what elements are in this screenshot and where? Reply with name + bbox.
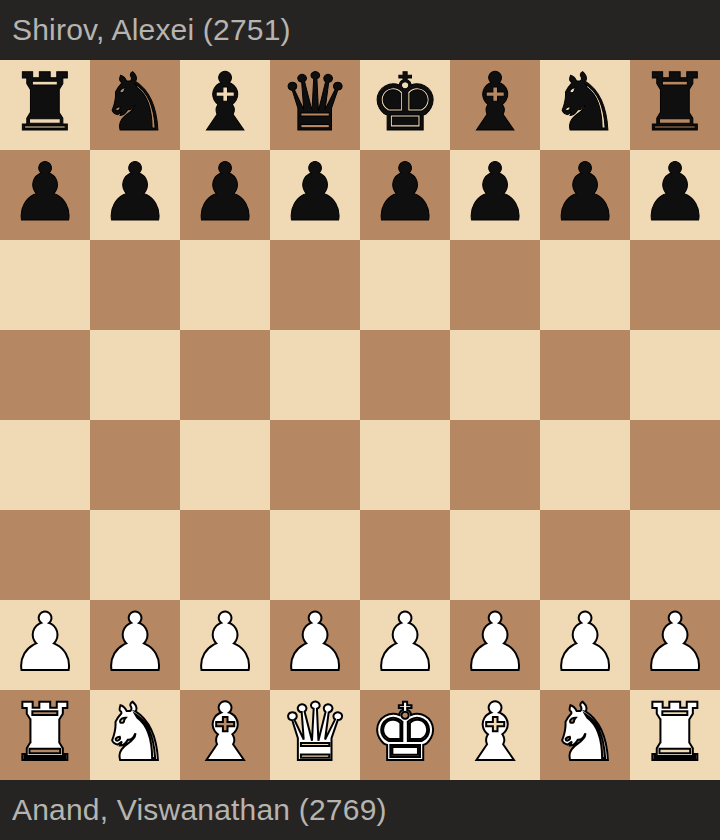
white-pawn[interactable]: ♟	[639, 603, 711, 683]
square-e8[interactable]: ♚	[360, 60, 450, 150]
white-pawn[interactable]: ♟	[369, 603, 441, 683]
square-a1[interactable]: ♜	[0, 690, 90, 780]
square-h7[interactable]: ♟	[630, 150, 720, 240]
black-king[interactable]: ♚	[369, 63, 441, 143]
white-rook[interactable]: ♜	[639, 693, 711, 773]
square-b6[interactable]	[90, 240, 180, 330]
square-d7[interactable]: ♟	[270, 150, 360, 240]
square-h2[interactable]: ♟	[630, 600, 720, 690]
square-h6[interactable]	[630, 240, 720, 330]
square-e1[interactable]: ♚	[360, 690, 450, 780]
white-king[interactable]: ♚	[369, 693, 441, 773]
square-e3[interactable]	[360, 510, 450, 600]
square-d5[interactable]	[270, 330, 360, 420]
square-a2[interactable]: ♟	[0, 600, 90, 690]
white-pawn[interactable]: ♟	[189, 603, 261, 683]
square-h4[interactable]	[630, 420, 720, 510]
black-rook[interactable]: ♜	[639, 63, 711, 143]
square-e6[interactable]	[360, 240, 450, 330]
square-c7[interactable]: ♟	[180, 150, 270, 240]
square-h1[interactable]: ♜	[630, 690, 720, 780]
square-e2[interactable]: ♟	[360, 600, 450, 690]
square-b4[interactable]	[90, 420, 180, 510]
square-g1[interactable]: ♞	[540, 690, 630, 780]
square-d1[interactable]: ♛	[270, 690, 360, 780]
black-queen[interactable]: ♛	[279, 63, 351, 143]
white-knight[interactable]: ♞	[99, 693, 171, 773]
square-g2[interactable]: ♟	[540, 600, 630, 690]
white-pawn[interactable]: ♟	[99, 603, 171, 683]
square-e5[interactable]	[360, 330, 450, 420]
square-g3[interactable]	[540, 510, 630, 600]
black-pawn[interactable]: ♟	[189, 153, 261, 233]
white-rook[interactable]: ♜	[9, 693, 81, 773]
square-g7[interactable]: ♟	[540, 150, 630, 240]
black-pawn[interactable]: ♟	[99, 153, 171, 233]
square-f5[interactable]	[450, 330, 540, 420]
square-h8[interactable]: ♜	[630, 60, 720, 150]
square-c3[interactable]	[180, 510, 270, 600]
square-e4[interactable]	[360, 420, 450, 510]
square-b1[interactable]: ♞	[90, 690, 180, 780]
square-g4[interactable]	[540, 420, 630, 510]
square-f3[interactable]	[450, 510, 540, 600]
square-a7[interactable]: ♟	[0, 150, 90, 240]
square-c8[interactable]: ♝	[180, 60, 270, 150]
square-d6[interactable]	[270, 240, 360, 330]
white-queen[interactable]: ♛	[279, 693, 351, 773]
square-a8[interactable]: ♜	[0, 60, 90, 150]
white-pawn[interactable]: ♟	[459, 603, 531, 683]
black-pawn[interactable]: ♟	[279, 153, 351, 233]
black-pawn[interactable]: ♟	[369, 153, 441, 233]
square-d4[interactable]	[270, 420, 360, 510]
square-a5[interactable]	[0, 330, 90, 420]
black-rook[interactable]: ♜	[9, 63, 81, 143]
white-bishop[interactable]: ♝	[459, 693, 531, 773]
square-b7[interactable]: ♟	[90, 150, 180, 240]
white-knight[interactable]: ♞	[549, 693, 621, 773]
black-bishop[interactable]: ♝	[459, 63, 531, 143]
square-a3[interactable]	[0, 510, 90, 600]
square-a4[interactable]	[0, 420, 90, 510]
square-b2[interactable]: ♟	[90, 600, 180, 690]
black-pawn[interactable]: ♟	[639, 153, 711, 233]
player-top-name: Shirov, Alexei (2751)	[12, 13, 291, 47]
square-a6[interactable]	[0, 240, 90, 330]
white-pawn[interactable]: ♟	[549, 603, 621, 683]
black-knight[interactable]: ♞	[549, 63, 621, 143]
square-c4[interactable]	[180, 420, 270, 510]
black-bishop[interactable]: ♝	[189, 63, 261, 143]
square-e7[interactable]: ♟	[360, 150, 450, 240]
square-f6[interactable]	[450, 240, 540, 330]
square-f4[interactable]	[450, 420, 540, 510]
square-c6[interactable]	[180, 240, 270, 330]
square-b5[interactable]	[90, 330, 180, 420]
square-c5[interactable]	[180, 330, 270, 420]
chess-board: ♜♞♝♛♚♝♞♜♟♟♟♟♟♟♟♟♟♟♟♟♟♟♟♟♜♞♝♛♚♝♞♜	[0, 60, 720, 780]
square-f7[interactable]: ♟	[450, 150, 540, 240]
square-d3[interactable]	[270, 510, 360, 600]
white-pawn[interactable]: ♟	[279, 603, 351, 683]
square-b3[interactable]	[90, 510, 180, 600]
square-g8[interactable]: ♞	[540, 60, 630, 150]
chess-game-view: Shirov, Alexei (2751) ♜♞♝♛♚♝♞♜♟♟♟♟♟♟♟♟♟♟…	[0, 0, 720, 840]
square-c1[interactable]: ♝	[180, 690, 270, 780]
square-g6[interactable]	[540, 240, 630, 330]
square-h3[interactable]	[630, 510, 720, 600]
black-pawn[interactable]: ♟	[459, 153, 531, 233]
square-f8[interactable]: ♝	[450, 60, 540, 150]
white-bishop[interactable]: ♝	[189, 693, 261, 773]
square-d2[interactable]: ♟	[270, 600, 360, 690]
black-pawn[interactable]: ♟	[549, 153, 621, 233]
square-g5[interactable]	[540, 330, 630, 420]
black-pawn[interactable]: ♟	[9, 153, 81, 233]
player-bottom-name: Anand, Viswanathan (2769)	[12, 793, 387, 827]
square-f1[interactable]: ♝	[450, 690, 540, 780]
player-bottom-bar: Anand, Viswanathan (2769)	[0, 780, 720, 840]
square-c2[interactable]: ♟	[180, 600, 270, 690]
white-pawn[interactable]: ♟	[9, 603, 81, 683]
square-f2[interactable]: ♟	[450, 600, 540, 690]
player-top-bar: Shirov, Alexei (2751)	[0, 0, 720, 60]
square-d8[interactable]: ♛	[270, 60, 360, 150]
square-h5[interactable]	[630, 330, 720, 420]
square-b8[interactable]: ♞	[90, 60, 180, 150]
black-knight[interactable]: ♞	[99, 63, 171, 143]
